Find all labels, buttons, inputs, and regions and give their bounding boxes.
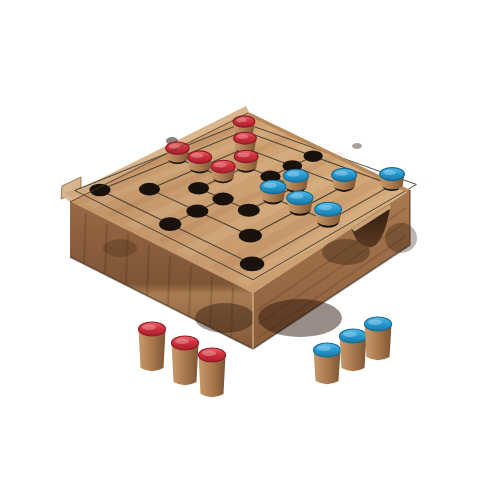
loose-peg-red-3[interactable] bbox=[199, 348, 226, 397]
peg-blue-g4[interactable] bbox=[315, 202, 342, 225]
hole-a1[interactable] bbox=[90, 184, 111, 197]
loose-peg-red-1[interactable] bbox=[139, 322, 166, 371]
loose-peg-blue-2[interactable] bbox=[340, 329, 367, 371]
peg-blue-f6[interactable] bbox=[332, 168, 357, 190]
loose-peg-blue-3[interactable] bbox=[365, 317, 392, 360]
loose-peg-blue-1[interactable] bbox=[314, 343, 341, 384]
peg-red-c5[interactable] bbox=[234, 150, 258, 171]
hole-c3[interactable] bbox=[188, 182, 209, 195]
peg-blue-g7[interactable] bbox=[380, 168, 405, 190]
hole-b2[interactable] bbox=[139, 183, 160, 196]
peg-blue-f4[interactable] bbox=[287, 191, 313, 214]
peg-red-b6[interactable] bbox=[234, 132, 257, 152]
loose-peg-red-2[interactable] bbox=[172, 336, 199, 385]
peg-blue-e5[interactable] bbox=[283, 169, 308, 191]
hole-d1[interactable] bbox=[159, 217, 182, 231]
hole-f2[interactable] bbox=[239, 229, 262, 243]
hole-d7[interactable] bbox=[304, 150, 323, 162]
peg-red-b4[interactable] bbox=[188, 151, 212, 172]
hole-e3[interactable] bbox=[238, 204, 260, 217]
peg-red-c4[interactable] bbox=[211, 160, 235, 181]
product-photo-stage: Wooden Nine Men's Morris travel box with… bbox=[0, 0, 500, 500]
hole-d3[interactable] bbox=[212, 193, 233, 206]
hole-g1[interactable] bbox=[240, 257, 265, 272]
peg-blue-e4[interactable] bbox=[260, 180, 286, 202]
morris-board-scene: Wooden Nine Men's Morris travel box with… bbox=[0, 0, 500, 500]
hole-d2[interactable] bbox=[186, 205, 208, 218]
